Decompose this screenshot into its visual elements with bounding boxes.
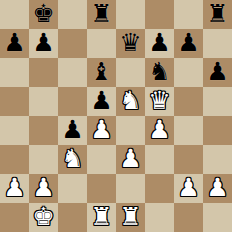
- piece-black-bishop[interactable]: ♝: [90, 58, 112, 86]
- piece-white-rook[interactable]: ♜: [90, 203, 112, 231]
- piece-white-pawn[interactable]: ♟: [90, 116, 112, 144]
- square-e7[interactable]: ♛: [116, 29, 145, 58]
- square-g8[interactable]: [174, 0, 203, 29]
- square-h4[interactable]: [203, 116, 232, 145]
- square-a4[interactable]: [0, 116, 29, 145]
- square-e5[interactable]: ♞: [116, 87, 145, 116]
- square-e6[interactable]: [116, 58, 145, 87]
- square-e4[interactable]: [116, 116, 145, 145]
- square-g6[interactable]: [174, 58, 203, 87]
- piece-white-pawn[interactable]: ♟: [119, 145, 141, 173]
- square-f8[interactable]: [145, 0, 174, 29]
- square-h1[interactable]: [203, 203, 232, 232]
- square-a6[interactable]: [0, 58, 29, 87]
- square-a2[interactable]: ♟: [0, 174, 29, 203]
- square-h5[interactable]: [203, 87, 232, 116]
- square-d8[interactable]: ♜: [87, 0, 116, 29]
- square-d4[interactable]: ♟: [87, 116, 116, 145]
- square-h6[interactable]: ♟: [203, 58, 232, 87]
- square-d7[interactable]: [87, 29, 116, 58]
- square-d3[interactable]: [87, 145, 116, 174]
- square-a1[interactable]: [0, 203, 29, 232]
- piece-black-pawn[interactable]: ♟: [3, 29, 25, 57]
- piece-white-pawn[interactable]: ♟: [148, 116, 170, 144]
- square-f4[interactable]: ♟: [145, 116, 174, 145]
- square-b4[interactable]: [29, 116, 58, 145]
- square-e1[interactable]: ♜: [116, 203, 145, 232]
- square-c3[interactable]: ♞: [58, 145, 87, 174]
- square-h7[interactable]: [203, 29, 232, 58]
- square-e2[interactable]: [116, 174, 145, 203]
- piece-white-pawn[interactable]: ♟: [32, 174, 54, 202]
- square-c1[interactable]: [58, 203, 87, 232]
- square-b8[interactable]: ♚: [29, 0, 58, 29]
- square-f3[interactable]: [145, 145, 174, 174]
- piece-black-pawn[interactable]: ♟: [32, 29, 54, 57]
- square-e3[interactable]: ♟: [116, 145, 145, 174]
- square-b1[interactable]: ♚: [29, 203, 58, 232]
- square-g7[interactable]: ♟: [174, 29, 203, 58]
- square-a8[interactable]: [0, 0, 29, 29]
- piece-white-king[interactable]: ♚: [32, 203, 54, 231]
- square-c5[interactable]: [58, 87, 87, 116]
- square-f6[interactable]: ♞: [145, 58, 174, 87]
- square-b3[interactable]: [29, 145, 58, 174]
- square-c8[interactable]: [58, 0, 87, 29]
- square-c6[interactable]: [58, 58, 87, 87]
- square-f2[interactable]: [145, 174, 174, 203]
- piece-white-pawn[interactable]: ♟: [206, 174, 228, 202]
- piece-black-rook[interactable]: ♜: [90, 0, 112, 28]
- square-h2[interactable]: ♟: [203, 174, 232, 203]
- square-f7[interactable]: ♟: [145, 29, 174, 58]
- square-f1[interactable]: [145, 203, 174, 232]
- square-d5[interactable]: ♟: [87, 87, 116, 116]
- piece-white-rook[interactable]: ♜: [119, 203, 141, 231]
- piece-black-rook[interactable]: ♜: [206, 0, 228, 28]
- square-a7[interactable]: ♟: [0, 29, 29, 58]
- square-g2[interactable]: ♟: [174, 174, 203, 203]
- piece-black-queen[interactable]: ♛: [119, 29, 141, 57]
- piece-black-pawn[interactable]: ♟: [90, 87, 112, 115]
- piece-white-knight[interactable]: ♞: [119, 87, 141, 115]
- piece-white-knight[interactable]: ♞: [61, 145, 83, 173]
- square-b7[interactable]: ♟: [29, 29, 58, 58]
- square-g3[interactable]: [174, 145, 203, 174]
- square-g4[interactable]: [174, 116, 203, 145]
- square-a5[interactable]: [0, 87, 29, 116]
- square-c2[interactable]: [58, 174, 87, 203]
- square-h3[interactable]: [203, 145, 232, 174]
- square-e8[interactable]: [116, 0, 145, 29]
- square-b5[interactable]: [29, 87, 58, 116]
- piece-white-pawn[interactable]: ♟: [3, 174, 25, 202]
- piece-white-pawn[interactable]: ♟: [177, 174, 199, 202]
- piece-black-knight[interactable]: ♞: [148, 58, 170, 86]
- piece-black-pawn[interactable]: ♟: [206, 58, 228, 86]
- piece-black-pawn[interactable]: ♟: [61, 116, 83, 144]
- square-f5[interactable]: ♛: [145, 87, 174, 116]
- square-a3[interactable]: [0, 145, 29, 174]
- square-d2[interactable]: [87, 174, 116, 203]
- square-d1[interactable]: ♜: [87, 203, 116, 232]
- square-b2[interactable]: ♟: [29, 174, 58, 203]
- square-c7[interactable]: [58, 29, 87, 58]
- chess-board: ♚♜♜♟♟♛♟♟♝♞♟♟♞♛♟♟♟♞♟♟♟♟♟♚♜♜: [0, 0, 232, 232]
- square-g5[interactable]: [174, 87, 203, 116]
- square-c4[interactable]: ♟: [58, 116, 87, 145]
- piece-black-king[interactable]: ♚: [32, 0, 54, 28]
- piece-black-pawn[interactable]: ♟: [177, 29, 199, 57]
- square-g1[interactable]: [174, 203, 203, 232]
- square-d6[interactable]: ♝: [87, 58, 116, 87]
- square-h8[interactable]: ♜: [203, 0, 232, 29]
- piece-white-queen[interactable]: ♛: [148, 87, 170, 115]
- square-b6[interactable]: [29, 58, 58, 87]
- piece-black-pawn[interactable]: ♟: [148, 29, 170, 57]
